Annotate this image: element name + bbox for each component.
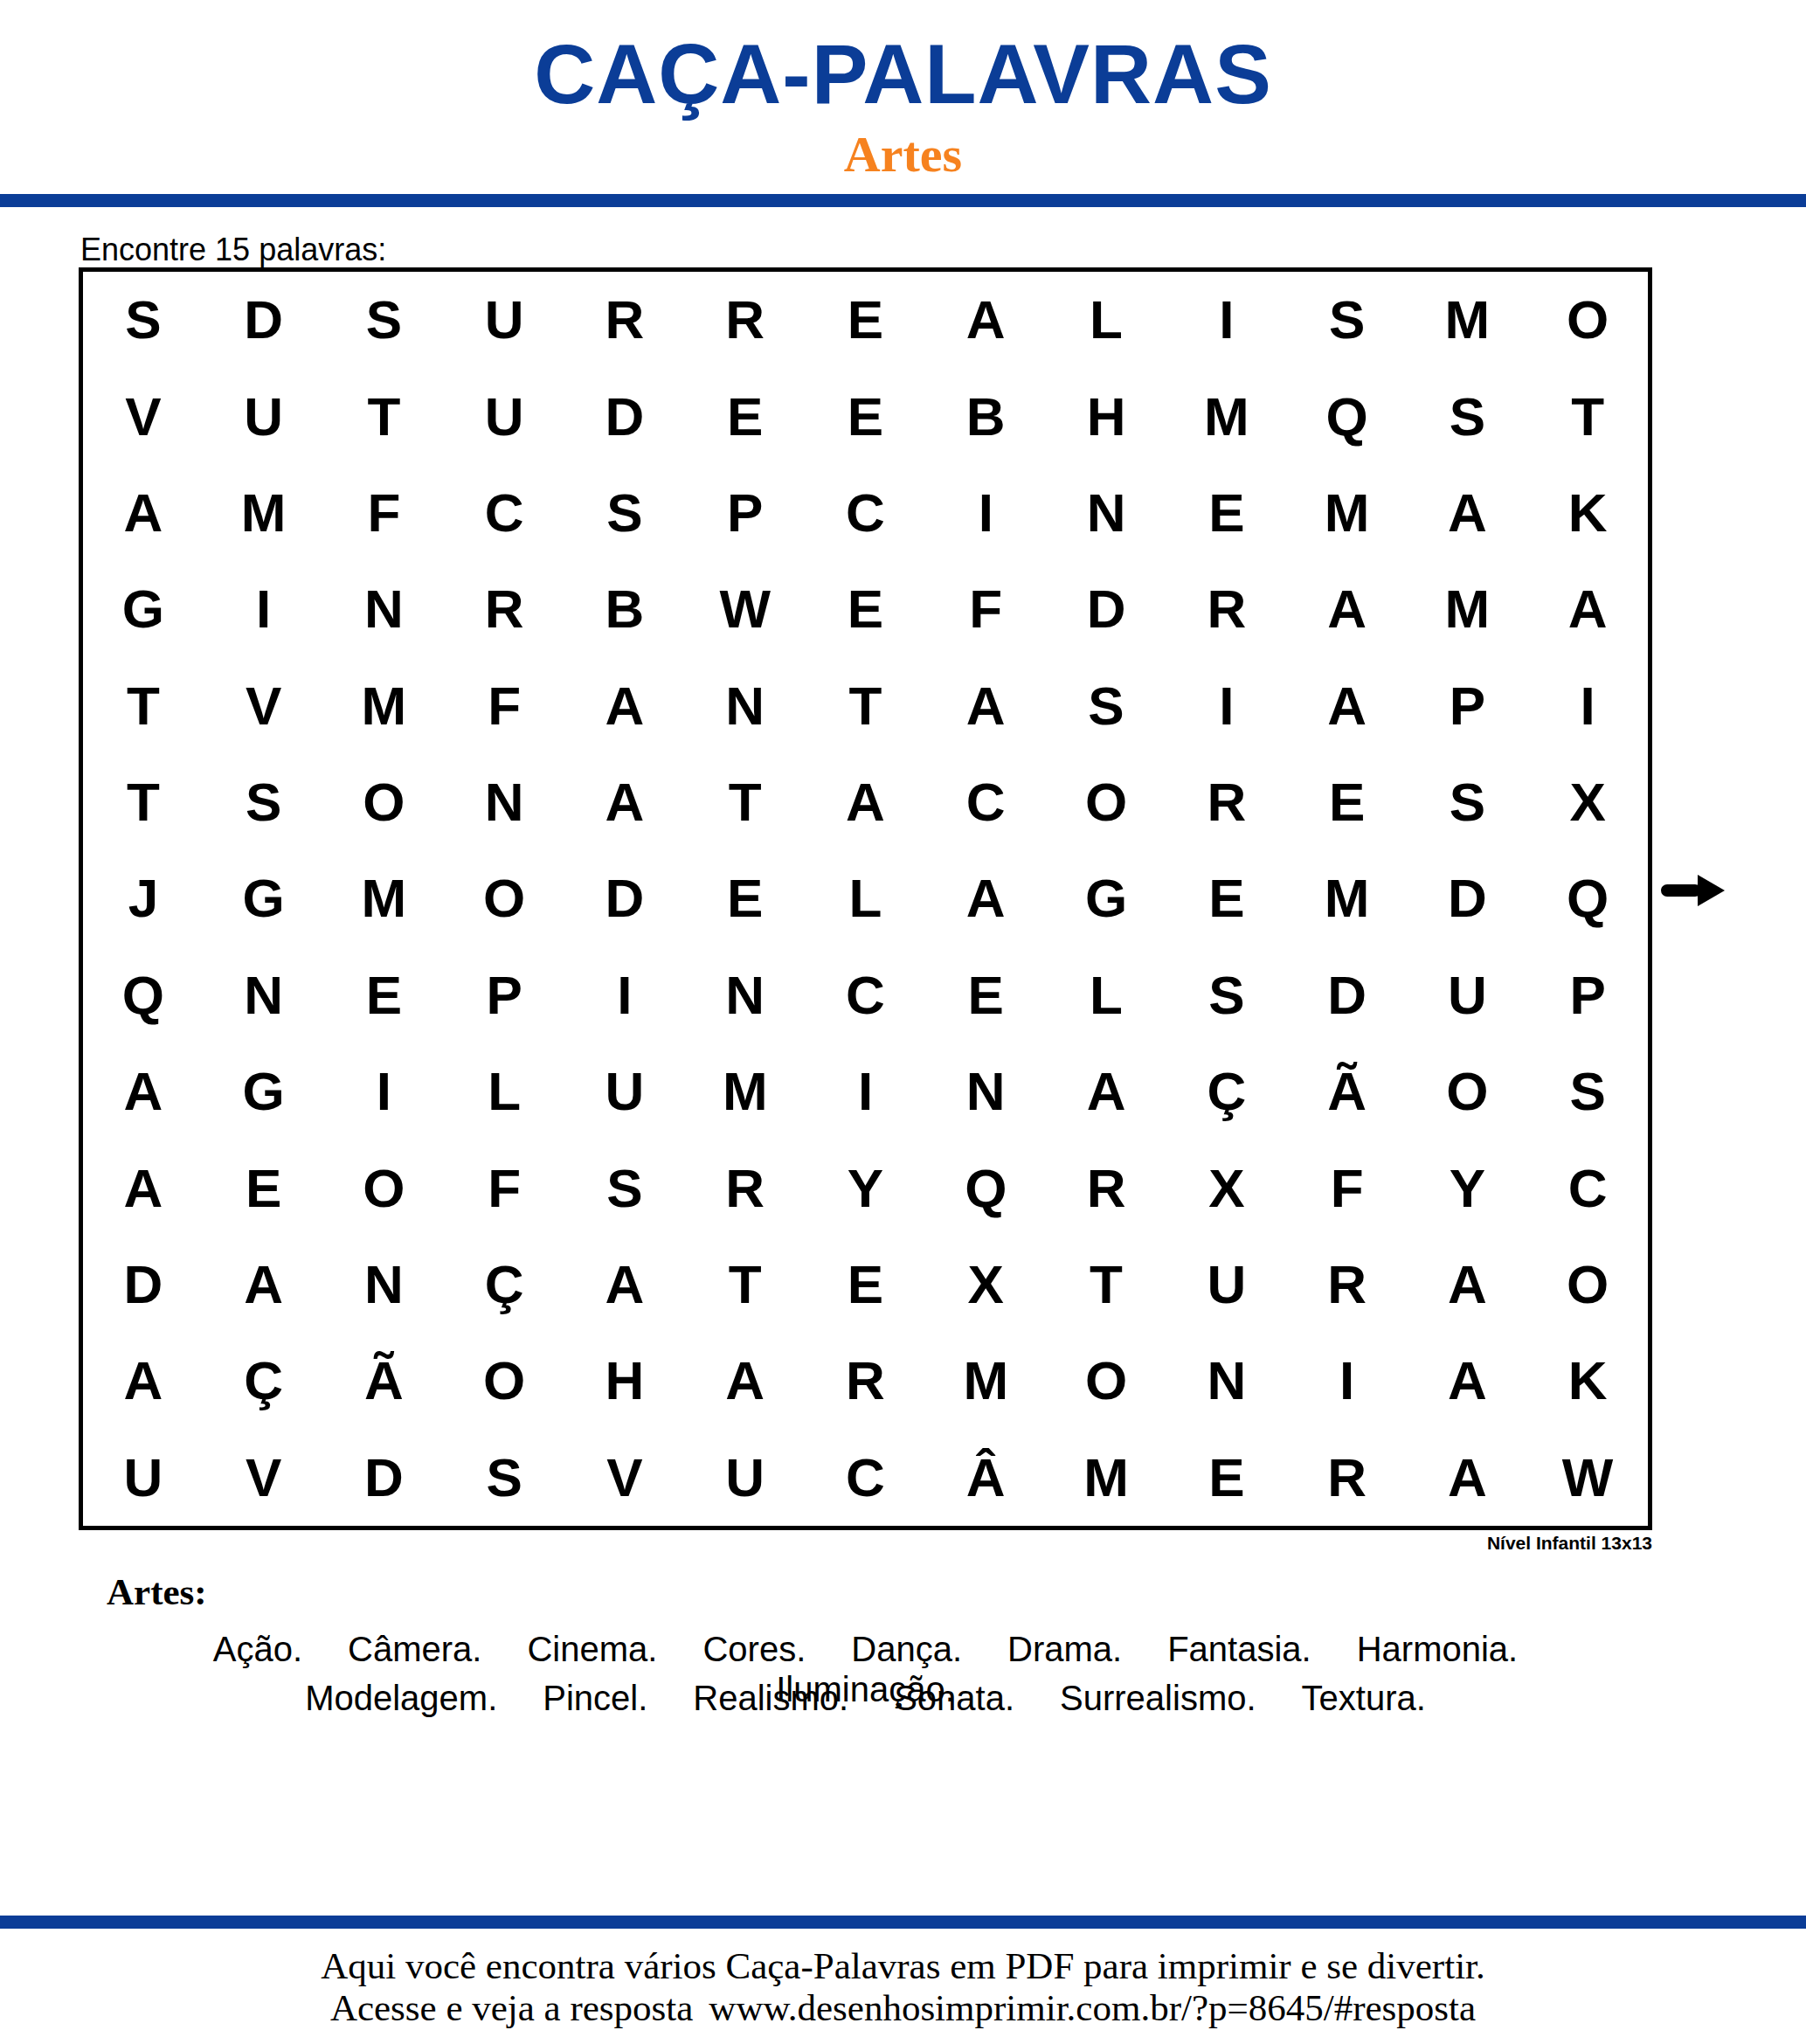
grid-cell-r13c12: A <box>1407 1430 1527 1526</box>
grid-cell-r4c2: I <box>204 561 324 657</box>
grid-cell-r1c3: S <box>324 272 445 368</box>
grid-cell-r4c6: W <box>685 561 806 657</box>
grid-cell-r2c11: Q <box>1287 368 1408 464</box>
grid-cell-r2c2: U <box>204 368 324 464</box>
grid-cell-r10c9: R <box>1046 1140 1166 1236</box>
grid-cell-r1c8: A <box>925 272 1046 368</box>
grid-cell-r4c3: N <box>324 561 445 657</box>
instruction-text: Encontre 15 palavras: <box>80 234 386 266</box>
grid-cell-r10c11: F <box>1287 1140 1408 1236</box>
grid-cell-r12c6: A <box>685 1333 806 1429</box>
grid-cell-r10c5: S <box>564 1140 685 1236</box>
word-list-item: Fantasia. <box>1167 1629 1311 1669</box>
grid-cell-r4c10: R <box>1166 561 1287 657</box>
grid-cell-r10c1: A <box>83 1140 204 1236</box>
grid-cell-r5c3: M <box>324 658 445 754</box>
grid-cell-r7c13: Q <box>1527 850 1648 946</box>
grid-cell-r1c11: S <box>1287 272 1408 368</box>
grid-cell-r3c13: K <box>1527 465 1648 561</box>
grid-cell-r3c8: I <box>925 465 1046 561</box>
word-list-item: Surrealismo. <box>1060 1678 1256 1718</box>
grid-cell-r6c8: C <box>925 754 1046 850</box>
grid-cell-r13c2: V <box>204 1430 324 1526</box>
grid-cell-r11c1: D <box>83 1237 204 1333</box>
grid-cell-r8c4: P <box>444 947 564 1043</box>
grid-cell-r7c8: A <box>925 850 1046 946</box>
grid-cell-r12c8: M <box>925 1333 1046 1429</box>
word-list-item: Textura. <box>1302 1678 1426 1718</box>
grid-cell-r3c12: A <box>1407 465 1527 561</box>
grid-cell-r12c1: A <box>83 1333 204 1429</box>
word-list-item: Ação. <box>213 1629 302 1669</box>
grid-cell-r3c6: P <box>685 465 806 561</box>
grid-cell-r11c11: R <box>1287 1237 1408 1333</box>
grid-cell-r5c10: I <box>1166 658 1287 754</box>
grid-cell-r8c6: N <box>685 947 806 1043</box>
grid-cell-r8c10: S <box>1166 947 1287 1043</box>
grid-cell-r4c9: D <box>1046 561 1166 657</box>
grid-cell-r9c9: A <box>1046 1043 1166 1140</box>
grid-cell-r4c8: F <box>925 561 1046 657</box>
answer-url: www.desenhosimprimir.com.br/?p=8645/#res… <box>709 1987 1476 2028</box>
word-list-item: Dança. <box>851 1629 962 1669</box>
grid-cell-r5c1: T <box>83 658 204 754</box>
grid-cell-r12c4: O <box>444 1333 564 1429</box>
grid-cell-r1c7: E <box>806 272 926 368</box>
grid-cell-r8c8: E <box>925 947 1046 1043</box>
footer-answer-line: Acesse e veja a respostawww.desenhosimpr… <box>0 1989 1806 2027</box>
grid-cell-r3c4: C <box>444 465 564 561</box>
grid-cell-r13c11: R <box>1287 1430 1408 1526</box>
grid-cell-r2c1: V <box>83 368 204 464</box>
grid-cell-r3c10: E <box>1166 465 1287 561</box>
grid-cell-r10c7: Y <box>806 1140 926 1236</box>
word-search-board: SDSURREALISMOVUTUDEEBHMQSTAMFCSPCINEMAKG… <box>79 267 1652 1530</box>
grid-cell-r7c5: D <box>564 850 685 946</box>
grid-cell-r7c9: G <box>1046 850 1166 946</box>
grid-cell-r1c9: L <box>1046 272 1166 368</box>
grid-cell-r7c1: J <box>83 850 204 946</box>
grid-cell-r13c5: V <box>564 1430 685 1526</box>
grid-cell-r8c11: D <box>1287 947 1408 1043</box>
grid-cell-r11c4: Ç <box>444 1237 564 1333</box>
right-arrow-icon <box>1659 873 1726 908</box>
grid-cell-r13c10: E <box>1166 1430 1287 1526</box>
grid-cell-r11c7: E <box>806 1237 926 1333</box>
grid-cell-r10c13: C <box>1527 1140 1648 1236</box>
grid-cell-r6c10: R <box>1166 754 1287 850</box>
grid-cell-r8c1: Q <box>83 947 204 1043</box>
word-list-item: Drama. <box>1007 1629 1122 1669</box>
grid-cell-r2c10: M <box>1166 368 1287 464</box>
grid-cell-r10c8: Q <box>925 1140 1046 1236</box>
grid-cell-r6c12: S <box>1407 754 1527 850</box>
grid-cell-r1c5: R <box>564 272 685 368</box>
grid-cell-r7c10: E <box>1166 850 1287 946</box>
grid-cell-r7c12: D <box>1407 850 1527 946</box>
grid-cell-r6c4: N <box>444 754 564 850</box>
grid-cell-r11c10: U <box>1166 1237 1287 1333</box>
grid-cell-r3c3: F <box>324 465 445 561</box>
grid-cell-r2c13: T <box>1527 368 1648 464</box>
grid-cell-r7c4: O <box>444 850 564 946</box>
grid-cell-r3c2: M <box>204 465 324 561</box>
grid-cell-r4c13: A <box>1527 561 1648 657</box>
grid-cell-r5c4: F <box>444 658 564 754</box>
grid-cell-r12c11: I <box>1287 1333 1408 1429</box>
grid-cell-r13c4: S <box>444 1430 564 1526</box>
grid-cell-r8c2: N <box>204 947 324 1043</box>
grid-cell-r12c10: N <box>1166 1333 1287 1429</box>
grid-cell-r8c12: U <box>1407 947 1527 1043</box>
grid-cell-r5c11: A <box>1287 658 1408 754</box>
level-label: Nível Infantil 13x13 <box>79 1534 1652 1552</box>
word-search-page: CAÇA-PALAVRAS Artes Encontre 15 palavras… <box>0 0 1806 2044</box>
footer-text: Aqui você encontra vários Caça-Palavras … <box>0 1947 1806 1985</box>
grid-cell-r7c2: G <box>204 850 324 946</box>
grid-cell-r2c3: T <box>324 368 445 464</box>
page-title: CAÇA-PALAVRAS <box>0 31 1806 116</box>
grid-cell-r3c7: C <box>806 465 926 561</box>
grid-cell-r9c5: U <box>564 1043 685 1140</box>
word-list-item: Sonata. <box>894 1678 1014 1718</box>
grid-cell-r9c3: I <box>324 1043 445 1140</box>
grid-cell-r11c12: A <box>1407 1237 1527 1333</box>
grid-cell-r12c9: O <box>1046 1333 1166 1429</box>
grid-cell-r10c6: R <box>685 1140 806 1236</box>
grid-cell-r2c5: D <box>564 368 685 464</box>
grid-cell-r5c2: V <box>204 658 324 754</box>
grid-cell-r6c3: O <box>324 754 445 850</box>
grid-cell-r7c6: E <box>685 850 806 946</box>
word-list-item: Modelagem. <box>305 1678 497 1718</box>
top-divider-rule <box>0 194 1806 207</box>
grid-cell-r13c3: D <box>324 1430 445 1526</box>
grid-cell-r6c13: X <box>1527 754 1648 850</box>
grid-cell-r2c12: S <box>1407 368 1527 464</box>
grid-cell-r1c1: S <box>83 272 204 368</box>
page-subtitle: Artes <box>0 129 1806 180</box>
word-list-line-2: Modelagem.Pincel.Realismo.Sonata.Surreal… <box>79 1678 1652 1718</box>
grid-cell-r13c1: U <box>83 1430 204 1526</box>
grid-cell-r1c2: D <box>204 272 324 368</box>
grid-cell-r9c13: S <box>1527 1043 1648 1140</box>
grid-cell-r7c7: L <box>806 850 926 946</box>
grid-cell-r12c5: H <box>564 1333 685 1429</box>
grid-cell-r5c13: I <box>1527 658 1648 754</box>
grid-cell-r11c8: X <box>925 1237 1046 1333</box>
word-list-item: Câmera. <box>348 1629 481 1669</box>
grid-cell-r8c5: I <box>564 947 685 1043</box>
grid-cell-r3c9: N <box>1046 465 1166 561</box>
grid-cell-r1c4: U <box>444 272 564 368</box>
grid-cell-r2c6: E <box>685 368 806 464</box>
grid-cell-r5c6: N <box>685 658 806 754</box>
grid-cell-r3c11: M <box>1287 465 1408 561</box>
grid-cell-r7c11: M <box>1287 850 1408 946</box>
grid-cell-r5c8: A <box>925 658 1046 754</box>
grid-cell-r9c7: I <box>806 1043 926 1140</box>
grid-cell-r13c9: M <box>1046 1430 1166 1526</box>
grid-cell-r13c6: U <box>685 1430 806 1526</box>
grid-cell-r1c12: M <box>1407 272 1527 368</box>
grid-cell-r11c13: O <box>1527 1237 1648 1333</box>
grid-cell-r12c2: Ç <box>204 1333 324 1429</box>
grid-cell-r11c6: T <box>685 1237 806 1333</box>
grid-cell-r4c12: M <box>1407 561 1527 657</box>
grid-cell-r12c12: A <box>1407 1333 1527 1429</box>
grid-cell-r8c13: P <box>1527 947 1648 1043</box>
grid-cell-r6c6: T <box>685 754 806 850</box>
word-list-header: Artes: <box>107 1573 207 1611</box>
grid-cell-r2c4: U <box>444 368 564 464</box>
grid-cell-r3c5: S <box>564 465 685 561</box>
grid-cell-r1c6: R <box>685 272 806 368</box>
grid-cell-r10c12: Y <box>1407 1140 1527 1236</box>
grid-cell-r9c11: Ã <box>1287 1043 1408 1140</box>
grid-cell-r6c7: A <box>806 754 926 850</box>
grid-cell-r9c10: Ç <box>1166 1043 1287 1140</box>
grid-cell-r6c2: S <box>204 754 324 850</box>
grid-cell-r6c9: O <box>1046 754 1166 850</box>
grid-cell-r3c1: A <box>83 465 204 561</box>
grid-cell-r13c8: Â <box>925 1430 1046 1526</box>
grid-cell-r10c10: X <box>1166 1140 1287 1236</box>
grid-cell-r11c2: A <box>204 1237 324 1333</box>
grid-cell-r7c3: M <box>324 850 445 946</box>
word-list-item: Harmonia. <box>1357 1629 1519 1669</box>
grid-cell-r1c13: O <box>1527 272 1648 368</box>
grid-cell-r13c7: C <box>806 1430 926 1526</box>
grid-cell-r8c7: C <box>806 947 926 1043</box>
grid-cell-r9c6: M <box>685 1043 806 1140</box>
grid-cell-r9c2: G <box>204 1043 324 1140</box>
grid-cell-r12c3: Ã <box>324 1333 445 1429</box>
grid-cell-r5c9: S <box>1046 658 1166 754</box>
grid-cell-r4c7: E <box>806 561 926 657</box>
grid-cell-r9c1: A <box>83 1043 204 1140</box>
grid-cell-r4c11: A <box>1287 561 1408 657</box>
word-list-item: Cores. <box>702 1629 806 1669</box>
grid-cell-r5c5: A <box>564 658 685 754</box>
grid-cell-r6c5: A <box>564 754 685 850</box>
grid-cell-r2c7: E <box>806 368 926 464</box>
grid-cell-r11c9: T <box>1046 1237 1166 1333</box>
grid-cell-r2c8: B <box>925 368 1046 464</box>
grid-cell-r9c8: N <box>925 1043 1046 1140</box>
grid-cell-r8c9: L <box>1046 947 1166 1043</box>
word-list-item: Pincel. <box>543 1678 647 1718</box>
bottom-divider-rule <box>0 1916 1806 1929</box>
grid-cell-r9c12: O <box>1407 1043 1527 1140</box>
word-list-item: Cinema. <box>527 1629 657 1669</box>
grid-cell-r6c11: E <box>1287 754 1408 850</box>
grid-cell-r12c7: R <box>806 1333 926 1429</box>
grid-cell-r11c3: N <box>324 1237 445 1333</box>
grid-cell-r4c1: G <box>83 561 204 657</box>
grid-cell-r4c4: R <box>444 561 564 657</box>
grid-cell-r11c5: A <box>564 1237 685 1333</box>
grid-cell-r10c4: F <box>444 1140 564 1236</box>
grid-cell-r5c7: T <box>806 658 926 754</box>
footer-answer-prefix: Acesse e veja a resposta <box>330 1987 693 2028</box>
grid-cell-r10c3: O <box>324 1140 445 1236</box>
grid-cell-r5c12: P <box>1407 658 1527 754</box>
grid-cell-r13c13: W <box>1527 1430 1648 1526</box>
grid-cell-r4c5: B <box>564 561 685 657</box>
grid-cell-r2c9: H <box>1046 368 1166 464</box>
grid-cell-r1c10: I <box>1166 272 1287 368</box>
word-list-item: Realismo. <box>693 1678 848 1718</box>
grid-cell-r6c1: T <box>83 754 204 850</box>
grid-cell-r9c4: L <box>444 1043 564 1140</box>
grid-cell-r8c3: E <box>324 947 445 1043</box>
grid-cell-r10c2: E <box>204 1140 324 1236</box>
grid-cell-r12c13: K <box>1527 1333 1648 1429</box>
